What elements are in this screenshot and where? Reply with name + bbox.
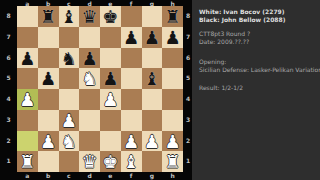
coordinate-label-1: 1 bbox=[0, 151, 17, 172]
square-g6[interactable] bbox=[142, 48, 163, 69]
square-a7[interactable] bbox=[17, 27, 38, 48]
square-e1[interactable]: ♚ bbox=[100, 151, 121, 172]
piece-black-pawn: ♟ bbox=[17, 48, 38, 69]
white-player-line: White: Ivan Bocov (2279) bbox=[199, 8, 320, 16]
rank-labels-right: 87654321 bbox=[184, 6, 192, 172]
square-f3[interactable] bbox=[121, 110, 142, 131]
square-h5[interactable] bbox=[162, 68, 183, 89]
piece-black-rook: ♜ bbox=[38, 6, 59, 27]
piece-white-queen: ♛ bbox=[79, 151, 100, 172]
piece-white-rook: ♜ bbox=[17, 151, 38, 172]
coordinate-label-g: g bbox=[142, 172, 163, 180]
black-player-line: Black: John Bellow (2088) bbox=[199, 16, 320, 24]
info-panel: White: Ivan Bocov (2279) Black: John Bel… bbox=[192, 0, 320, 180]
square-c6[interactable]: ♞ bbox=[59, 48, 80, 69]
result-line: Result: 1/2-1/2 bbox=[199, 84, 320, 92]
coordinate-label-a: a bbox=[17, 172, 38, 180]
square-e3[interactable] bbox=[100, 110, 121, 131]
piece-black-pawn: ♟ bbox=[121, 27, 142, 48]
square-h2[interactable]: ♟ bbox=[162, 131, 183, 152]
coordinate-label-h: h bbox=[162, 172, 183, 180]
square-e2[interactable] bbox=[100, 131, 121, 152]
coordinate-label-c: c bbox=[59, 172, 80, 180]
square-d6[interactable]: ♟ bbox=[79, 48, 100, 69]
square-g7[interactable]: ♟ bbox=[142, 27, 163, 48]
square-f6[interactable] bbox=[121, 48, 142, 69]
square-e5[interactable]: ♟ bbox=[100, 68, 121, 89]
square-c5[interactable] bbox=[59, 68, 80, 89]
square-f4[interactable] bbox=[121, 89, 142, 110]
square-h8[interactable]: ♜ bbox=[162, 6, 183, 27]
piece-white-pawn: ♟ bbox=[59, 110, 80, 131]
piece-white-rook: ♜ bbox=[162, 151, 183, 172]
square-d7[interactable] bbox=[79, 27, 100, 48]
piece-black-knight: ♞ bbox=[59, 48, 80, 69]
board-region: abcdefgh 87654321 ♜♝♛♚♜♟♟♟♟♞♟♟♞♟♝♟♟♟♟♞♟♟… bbox=[0, 0, 192, 180]
coordinate-label-6: 6 bbox=[0, 48, 17, 69]
square-g3[interactable] bbox=[142, 110, 163, 131]
coordinate-label-5: 5 bbox=[0, 68, 17, 89]
square-f2[interactable]: ♟ bbox=[121, 131, 142, 152]
square-b7[interactable] bbox=[38, 27, 59, 48]
coordinate-label-d: d bbox=[79, 172, 100, 180]
square-g8[interactable] bbox=[142, 6, 163, 27]
square-h4[interactable] bbox=[162, 89, 183, 110]
coordinate-label-8: 8 bbox=[0, 6, 17, 27]
square-a2[interactable] bbox=[17, 131, 38, 152]
coordinate-label-3: 3 bbox=[184, 110, 192, 131]
square-a4[interactable]: ♟ bbox=[17, 89, 38, 110]
coordinate-label-6: 6 bbox=[184, 48, 192, 69]
square-h7[interactable]: ♟ bbox=[162, 27, 183, 48]
opening-label: Opening: bbox=[199, 58, 320, 66]
square-a5[interactable] bbox=[17, 68, 38, 89]
square-c4[interactable] bbox=[59, 89, 80, 110]
board[interactable]: ♜♝♛♚♜♟♟♟♟♞♟♟♞♟♝♟♟♟♟♞♟♟♟♜♛♚♝♜ bbox=[17, 6, 183, 172]
piece-white-bishop: ♝ bbox=[121, 151, 142, 172]
piece-black-pawn: ♟ bbox=[142, 27, 163, 48]
square-b1[interactable] bbox=[38, 151, 59, 172]
square-g1[interactable] bbox=[142, 151, 163, 172]
square-c3[interactable]: ♟ bbox=[59, 110, 80, 131]
square-d2[interactable] bbox=[79, 131, 100, 152]
coordinate-label-2: 2 bbox=[184, 131, 192, 152]
coordinate-label-7: 7 bbox=[0, 27, 17, 48]
coordinate-label-f: f bbox=[121, 172, 142, 180]
square-f1[interactable]: ♝ bbox=[121, 151, 142, 172]
piece-white-pawn: ♟ bbox=[100, 89, 121, 110]
square-a1[interactable]: ♜ bbox=[17, 151, 38, 172]
piece-black-pawn: ♟ bbox=[162, 27, 183, 48]
square-g5[interactable]: ♝ bbox=[142, 68, 163, 89]
square-d1[interactable]: ♛ bbox=[79, 151, 100, 172]
square-c2[interactable]: ♞ bbox=[59, 131, 80, 152]
piece-white-knight: ♞ bbox=[59, 131, 80, 152]
square-d5[interactable]: ♞ bbox=[79, 68, 100, 89]
coordinate-label-1: 1 bbox=[184, 151, 192, 172]
piece-white-pawn: ♟ bbox=[142, 131, 163, 152]
piece-black-rook: ♜ bbox=[162, 6, 183, 27]
piece-black-pawn: ♟ bbox=[38, 68, 59, 89]
square-c8[interactable]: ♝ bbox=[59, 6, 80, 27]
square-c7[interactable] bbox=[59, 27, 80, 48]
square-b8[interactable]: ♜ bbox=[38, 6, 59, 27]
piece-black-king: ♚ bbox=[100, 6, 121, 27]
coordinate-label-7: 7 bbox=[184, 27, 192, 48]
square-b3[interactable] bbox=[38, 110, 59, 131]
square-b2[interactable]: ♟ bbox=[38, 131, 59, 152]
square-b6[interactable] bbox=[38, 48, 59, 69]
square-b4[interactable] bbox=[38, 89, 59, 110]
coordinate-label-5: 5 bbox=[184, 68, 192, 89]
square-h3[interactable] bbox=[162, 110, 183, 131]
square-f5[interactable] bbox=[121, 68, 142, 89]
coordinate-label-2: 2 bbox=[0, 131, 17, 152]
square-h6[interactable] bbox=[162, 48, 183, 69]
coordinate-label-4: 4 bbox=[0, 89, 17, 110]
square-a8[interactable] bbox=[17, 6, 38, 27]
rank-labels-left: 87654321 bbox=[0, 6, 17, 172]
square-g4[interactable] bbox=[142, 89, 163, 110]
square-b5[interactable]: ♟ bbox=[38, 68, 59, 89]
square-f7[interactable]: ♟ bbox=[121, 27, 142, 48]
square-e6[interactable] bbox=[100, 48, 121, 69]
piece-white-knight: ♞ bbox=[79, 68, 100, 89]
piece-black-bishop: ♝ bbox=[59, 6, 80, 27]
opening-name: Sicilian Defense: Lasker-Pelikan Variati… bbox=[199, 66, 320, 74]
square-e4[interactable]: ♟ bbox=[100, 89, 121, 110]
event-round-line: CTT8pt3 Round ? bbox=[199, 30, 320, 38]
square-a3[interactable] bbox=[17, 110, 38, 131]
square-c1[interactable] bbox=[59, 151, 80, 172]
square-a6[interactable]: ♟ bbox=[17, 48, 38, 69]
piece-white-pawn: ♟ bbox=[162, 131, 183, 152]
square-d3[interactable] bbox=[79, 110, 100, 131]
piece-black-pawn: ♟ bbox=[79, 48, 100, 69]
coordinate-label-4: 4 bbox=[184, 89, 192, 110]
square-d8[interactable]: ♛ bbox=[79, 6, 100, 27]
piece-black-queen: ♛ bbox=[79, 6, 100, 27]
square-h1[interactable]: ♜ bbox=[162, 151, 183, 172]
piece-white-king: ♚ bbox=[100, 151, 121, 172]
date-line: Date: 2009.??.?? bbox=[199, 38, 320, 46]
piece-white-pawn: ♟ bbox=[38, 131, 59, 152]
piece-white-pawn: ♟ bbox=[17, 89, 38, 110]
coordinate-label-3: 3 bbox=[0, 110, 17, 131]
file-labels-bottom: abcdefgh bbox=[17, 172, 183, 180]
piece-black-pawn: ♟ bbox=[100, 68, 121, 89]
square-d4[interactable] bbox=[79, 89, 100, 110]
piece-white-pawn: ♟ bbox=[121, 131, 142, 152]
coordinate-label-e: e bbox=[100, 172, 121, 180]
piece-black-bishop: ♝ bbox=[142, 68, 163, 89]
square-e8[interactable]: ♚ bbox=[100, 6, 121, 27]
coordinate-label-b: b bbox=[38, 172, 59, 180]
square-f8[interactable] bbox=[121, 6, 142, 27]
square-e7[interactable] bbox=[100, 27, 121, 48]
coordinate-label-8: 8 bbox=[184, 6, 192, 27]
square-g2[interactable]: ♟ bbox=[142, 131, 163, 152]
